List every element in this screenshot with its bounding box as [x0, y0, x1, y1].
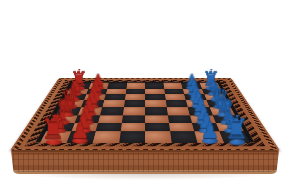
case-front-face — [11, 150, 279, 174]
square-g5 — [145, 123, 170, 131]
square-f3 — [98, 115, 123, 123]
chess-board: ♜♟♟♜♞♟♟♞♝♟♟♝♛♟♟♛♚♟♟♚♝♟♟♝♞♟♟♞♜♟♟♜ — [41, 83, 248, 141]
square-a3 — [107, 83, 127, 89]
square-d4 — [124, 100, 145, 107]
square-g4 — [120, 123, 145, 131]
square-h8: ♜ — [219, 131, 250, 143]
square-d3 — [102, 100, 124, 107]
square-e4 — [122, 107, 145, 115]
square-g6 — [169, 123, 195, 131]
square-e6 — [166, 107, 190, 115]
square-c4 — [125, 94, 145, 100]
square-c6 — [165, 94, 186, 100]
square-a6 — [163, 83, 183, 89]
square-e3 — [100, 107, 124, 115]
piece-blue-pawn-h7: ♟ — [200, 120, 220, 142]
chess-set-photo: ♜♟♟♜♞♟♟♞♝♟♟♝♛♟♟♛♚♟♟♚♝♟♟♝♞♟♟♞♜♟♟♜ — [0, 0, 290, 183]
piece-blue-rook-h8: ♜ — [225, 115, 250, 143]
square-f4 — [121, 115, 145, 123]
square-c3 — [104, 94, 125, 100]
piece-red-pawn-h2: ♟ — [70, 120, 90, 142]
square-g3 — [96, 123, 122, 131]
piece-red-rook-h1: ♜ — [41, 115, 66, 143]
square-c5 — [145, 94, 165, 100]
case-front-tooling — [13, 153, 277, 172]
board-case-top: ♜♟♟♜♞♟♟♞♝♟♟♝♛♟♟♛♚♟♟♚♝♟♟♝♞♟♟♞♜♟♟♜ — [9, 78, 281, 152]
square-a4 — [126, 83, 145, 89]
square-f6 — [168, 115, 193, 123]
square-d5 — [145, 100, 166, 107]
square-a5 — [145, 83, 164, 89]
product-photo: { "game": "chess", "scene": { "type": "p… — [0, 0, 290, 183]
square-d6 — [165, 100, 187, 107]
square-e5 — [145, 107, 168, 115]
square-f5 — [145, 115, 169, 123]
